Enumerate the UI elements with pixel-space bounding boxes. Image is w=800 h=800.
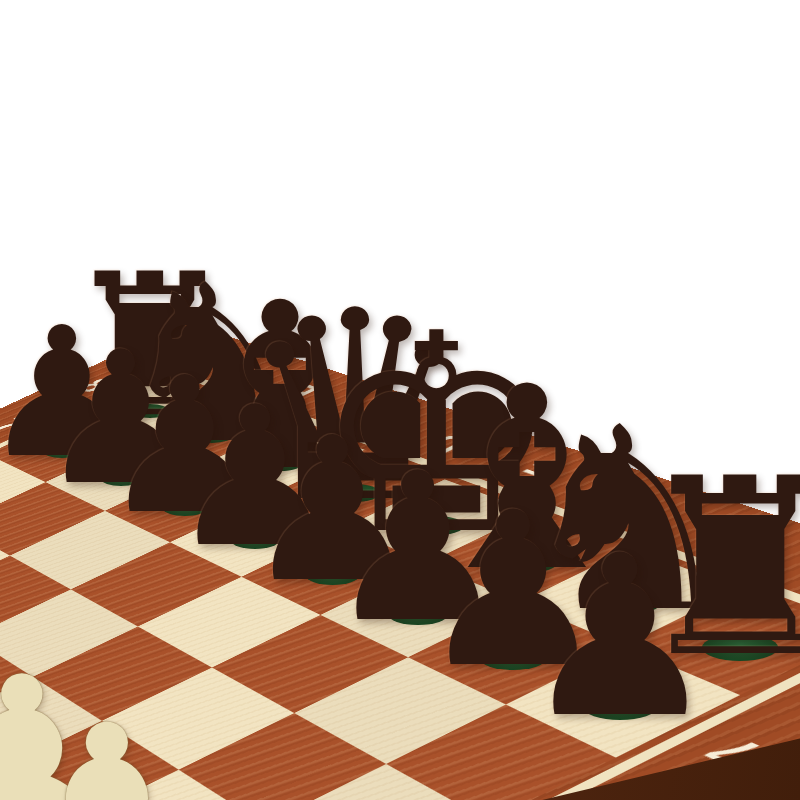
piece-black-pawn-h7: ♟ [509,526,731,748]
pieces-layer: ♜♞♝♛♚♝♞♜♟♟♟♟♟♟♟♟♟♟♟♟♟♟♟♟♜♞♝♛♚♝♞♜ [0,0,800,800]
piece-white-pawn-g2: ♟ [0,691,240,800]
chess-set-photo: AA88BB77CC66DD55EE44FF33GG22HH11 ♜♞♝♛♚♝♞… [0,0,800,800]
